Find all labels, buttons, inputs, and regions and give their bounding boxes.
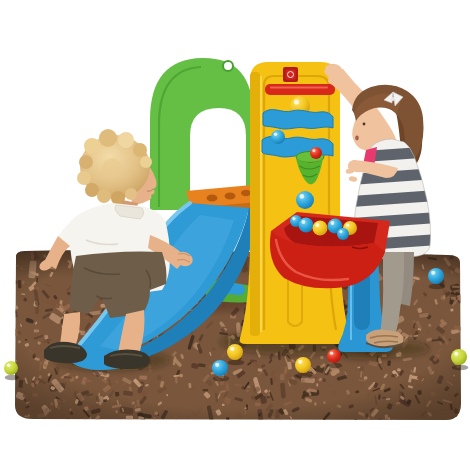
girl-eye <box>363 123 366 126</box>
girl-mouth <box>355 136 359 141</box>
arch-hole <box>223 61 233 71</box>
girl-sandal <box>366 330 403 349</box>
logo-badge <box>283 67 298 82</box>
play-ball-blue <box>296 191 314 209</box>
play-ball-lime <box>4 361 18 375</box>
launch-bar <box>265 84 335 95</box>
play-ball-blue <box>428 268 444 284</box>
play-ball-red <box>327 349 341 363</box>
zigzag-ramp-upper <box>263 110 333 129</box>
activity-panel <box>240 62 351 344</box>
play-ball-blue <box>337 228 349 240</box>
play-ball-blue <box>212 360 228 376</box>
play-ball-blue <box>271 130 285 144</box>
play-ball-lime <box>451 349 467 365</box>
play-ball-blue <box>299 218 314 233</box>
play-ball-yellow <box>227 344 243 360</box>
play-ball-yellow <box>295 357 311 373</box>
play-ball-yellow <box>313 221 328 236</box>
product-photo <box>0 0 470 470</box>
play-ball-red <box>310 147 322 159</box>
